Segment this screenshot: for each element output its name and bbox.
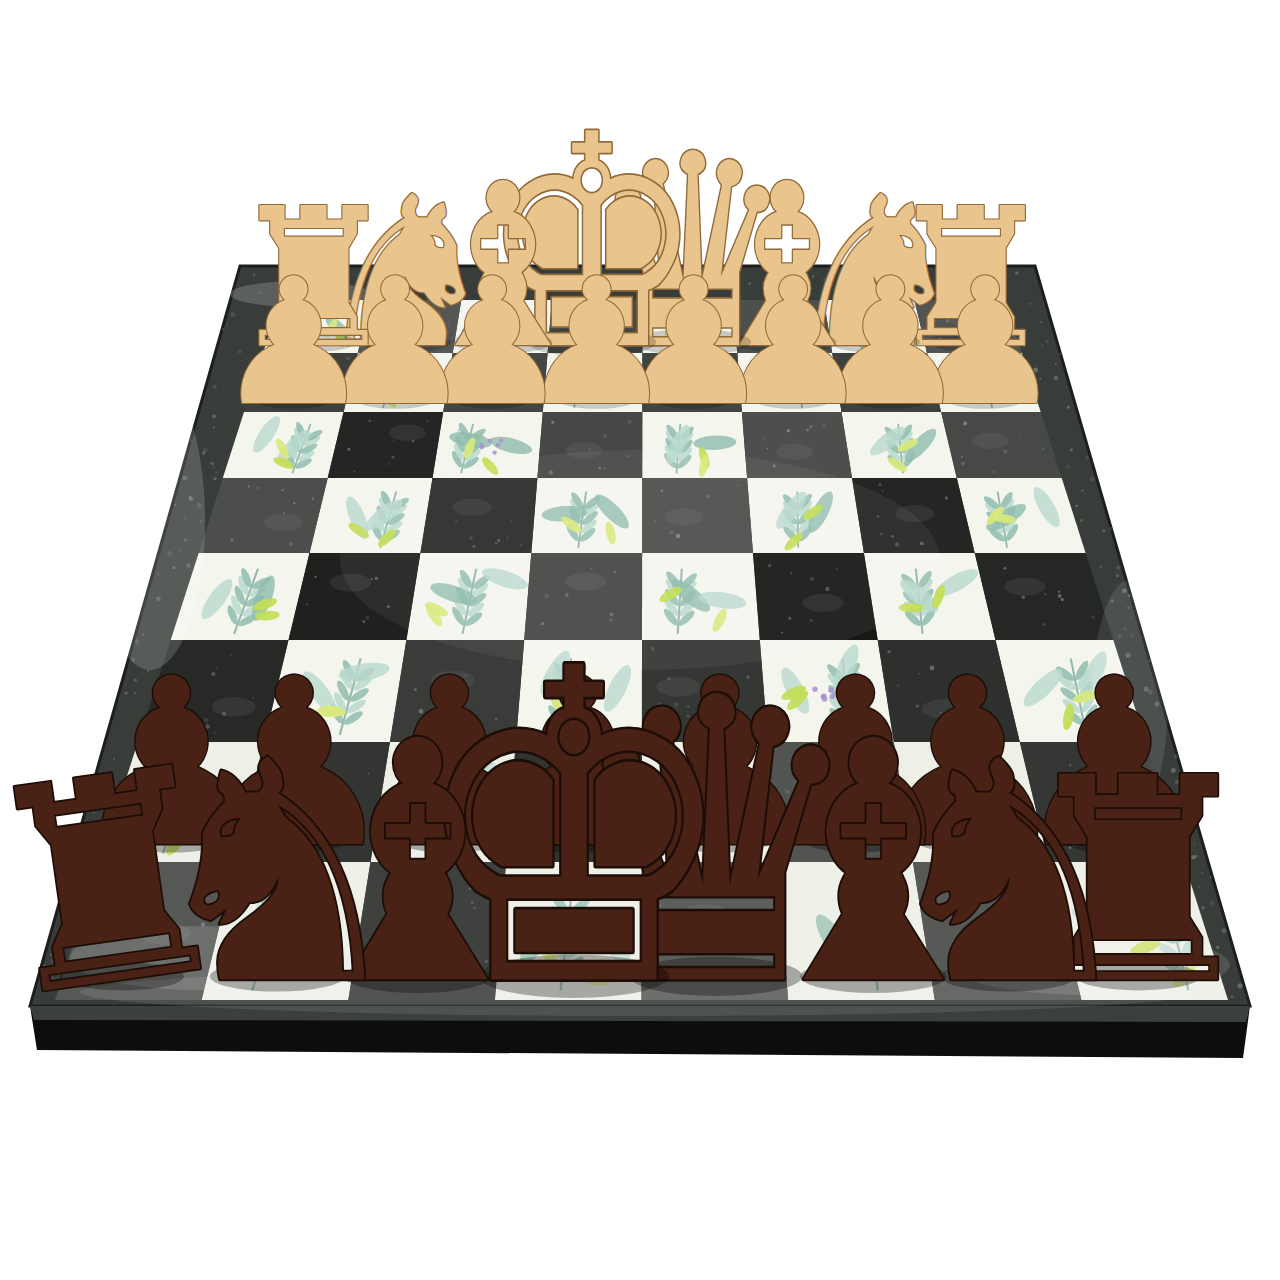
chess-set-photo: ♜♞♝♛♚♝♞♜♟♟♟♟♟♟♟♟♟♟♟♟♟♟♟♟♜♞♝♛♚♝♞♜ — [0, 0, 1280, 1280]
piece-black-rook-h8: ♜ — [0, 702, 256, 1063]
piece-white-pawn-h2: ♟ — [215, 241, 372, 444]
chessboard-photo: ♜♞♝♛♚♝♞♜♟♟♟♟♟♟♟♟♟♟♟♟♟♟♟♟♜♞♝♛♚♝♞♜ — [0, 0, 1280, 1280]
